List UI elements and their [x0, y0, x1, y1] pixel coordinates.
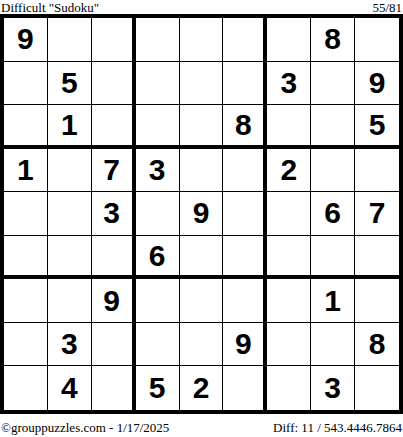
cell-r9c2[interactable]: 4 [48, 366, 92, 410]
cell-r4c4[interactable]: 3 [136, 149, 180, 193]
cell-r4c1[interactable]: 1 [4, 149, 48, 193]
cell-r8c9[interactable]: 8 [355, 323, 399, 367]
cell-r6c8[interactable] [311, 236, 355, 280]
cell-r4c5[interactable] [180, 149, 224, 193]
cell-r9c4[interactable]: 5 [136, 366, 180, 410]
cell-r8c5[interactable] [180, 323, 224, 367]
cell-r3c1[interactable] [4, 105, 48, 149]
cell-r9c8[interactable]: 3 [311, 366, 355, 410]
cell-r7c7[interactable] [267, 279, 311, 323]
cell-r1c6[interactable] [223, 18, 267, 62]
cell-r8c1[interactable] [4, 323, 48, 367]
cell-r6c1[interactable] [4, 236, 48, 280]
cell-r1c9[interactable] [355, 18, 399, 62]
cell-r8c4[interactable] [136, 323, 180, 367]
cell-r7c9[interactable] [355, 279, 399, 323]
cell-r6c9[interactable] [355, 236, 399, 280]
cell-r3c9[interactable]: 5 [355, 105, 399, 149]
cell-r5c3[interactable]: 3 [92, 192, 136, 236]
cell-counter: 55/81 [372, 1, 402, 14]
cell-r7c3[interactable]: 9 [92, 279, 136, 323]
cell-r1c3[interactable] [92, 18, 136, 62]
cell-r9c5[interactable]: 2 [180, 366, 224, 410]
cell-r6c4[interactable]: 6 [136, 236, 180, 280]
cell-r8c7[interactable] [267, 323, 311, 367]
cell-r8c2[interactable]: 3 [48, 323, 92, 367]
cell-r2c5[interactable] [180, 62, 224, 106]
sudoku-board: 9 8 5 3 9 1 8 5 1 7 3 2 [0, 14, 403, 414]
cell-r3c5[interactable] [180, 105, 224, 149]
cell-r5c6[interactable] [223, 192, 267, 236]
cell-r7c4[interactable] [136, 279, 180, 323]
copyright-text: ©grouppuzzles.com - 1/17/2025 [1, 420, 169, 435]
cell-r5c5[interactable]: 9 [180, 192, 224, 236]
cell-r6c3[interactable] [92, 236, 136, 280]
cell-r8c8[interactable] [311, 323, 355, 367]
cell-r2c9[interactable]: 9 [355, 62, 399, 106]
cell-r5c2[interactable] [48, 192, 92, 236]
cell-r4c7[interactable]: 2 [267, 149, 311, 193]
cell-r3c2[interactable]: 1 [48, 105, 92, 149]
cell-r4c9[interactable] [355, 149, 399, 193]
cell-r7c8[interactable]: 1 [311, 279, 355, 323]
cell-r9c9[interactable] [355, 366, 399, 410]
cell-r8c6[interactable]: 9 [223, 323, 267, 367]
cell-r6c7[interactable] [267, 236, 311, 280]
cell-r1c8[interactable]: 8 [311, 18, 355, 62]
cell-r2c3[interactable] [92, 62, 136, 106]
cell-r5c4[interactable] [136, 192, 180, 236]
cell-r2c6[interactable] [223, 62, 267, 106]
cell-r3c6[interactable]: 8 [223, 105, 267, 149]
cell-r1c1[interactable]: 9 [4, 18, 48, 62]
puzzle-title: Difficult "Sudoku" [1, 1, 99, 14]
cell-r4c8[interactable] [311, 149, 355, 193]
cell-r5c9[interactable]: 7 [355, 192, 399, 236]
cell-r1c4[interactable] [136, 18, 180, 62]
cell-r9c1[interactable] [4, 366, 48, 410]
cell-r4c6[interactable] [223, 149, 267, 193]
footer: ©grouppuzzles.com - 1/17/2025 Diff: 11 /… [0, 414, 403, 437]
cell-r4c3[interactable]: 7 [92, 149, 136, 193]
cell-r2c4[interactable] [136, 62, 180, 106]
cell-r9c7[interactable] [267, 366, 311, 410]
cell-r3c4[interactable] [136, 105, 180, 149]
cell-r4c2[interactable] [48, 149, 92, 193]
cell-r2c8[interactable] [311, 62, 355, 106]
cell-r3c8[interactable] [311, 105, 355, 149]
cell-r6c6[interactable] [223, 236, 267, 280]
sudoku-page: Difficult "Sudoku" 55/81 9 8 5 3 9 1 8 5… [0, 0, 403, 437]
cell-r3c3[interactable] [92, 105, 136, 149]
header: Difficult "Sudoku" 55/81 [0, 0, 403, 14]
cell-r9c3[interactable] [92, 366, 136, 410]
cell-r5c7[interactable] [267, 192, 311, 236]
cell-r1c5[interactable] [180, 18, 224, 62]
cell-r2c1[interactable] [4, 62, 48, 106]
cell-r6c2[interactable] [48, 236, 92, 280]
cell-r5c1[interactable] [4, 192, 48, 236]
cell-r2c7[interactable]: 3 [267, 62, 311, 106]
cell-r7c1[interactable] [4, 279, 48, 323]
cell-r5c8[interactable]: 6 [311, 192, 355, 236]
cell-r8c3[interactable] [92, 323, 136, 367]
cell-r7c6[interactable] [223, 279, 267, 323]
cell-r2c2[interactable]: 5 [48, 62, 92, 106]
cell-r7c5[interactable] [180, 279, 224, 323]
cell-r1c7[interactable] [267, 18, 311, 62]
cell-r6c5[interactable] [180, 236, 224, 280]
cell-r3c7[interactable] [267, 105, 311, 149]
cell-r7c2[interactable] [48, 279, 92, 323]
cell-r1c2[interactable] [48, 18, 92, 62]
cell-r9c6[interactable] [223, 366, 267, 410]
difficulty-text: Diff: 11 / 543.4446.7864 [273, 420, 402, 435]
